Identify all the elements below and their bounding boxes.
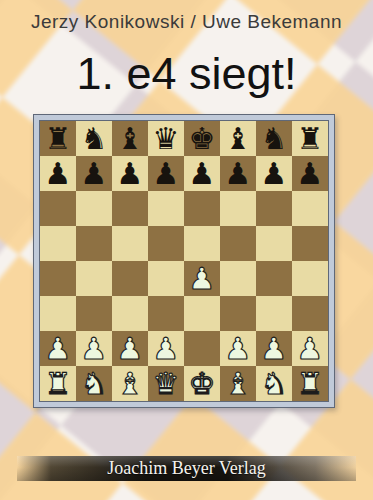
white-pawn-h2: ♟	[297, 334, 324, 364]
square-d4	[148, 261, 184, 296]
square-h8: ♜	[292, 121, 328, 156]
square-e2	[184, 331, 220, 366]
white-pawn-g2: ♟	[261, 334, 288, 364]
black-rook-h8: ♜	[297, 124, 324, 154]
white-pawn-b2: ♟	[81, 334, 108, 364]
square-b6	[76, 191, 112, 226]
square-e4: ♟	[184, 261, 220, 296]
square-f2: ♟	[220, 331, 256, 366]
black-pawn-e7: ♟	[189, 159, 216, 189]
square-g5	[256, 226, 292, 261]
square-e7: ♟	[184, 156, 220, 191]
black-bishop-c8: ♝	[117, 124, 144, 154]
black-pawn-h7: ♟	[297, 159, 324, 189]
black-king-e8: ♚	[189, 124, 216, 154]
square-c6	[112, 191, 148, 226]
square-f6	[220, 191, 256, 226]
square-e3	[184, 296, 220, 331]
square-e8: ♚	[184, 121, 220, 156]
square-h5	[292, 226, 328, 261]
square-g2: ♟	[256, 331, 292, 366]
chess-board-frame: ♜♞♝♛♚♝♞♜♟♟♟♟♟♟♟♟♟♟♟♟♟♟♟♟♜♞♝♛♚♝♞♜	[33, 114, 335, 408]
square-c2: ♟	[112, 331, 148, 366]
square-f4	[220, 261, 256, 296]
black-pawn-g7: ♟	[261, 159, 288, 189]
square-a8: ♜	[40, 121, 76, 156]
square-c4	[112, 261, 148, 296]
square-g6	[256, 191, 292, 226]
square-a1: ♜	[40, 366, 76, 401]
chess-board: ♜♞♝♛♚♝♞♜♟♟♟♟♟♟♟♟♟♟♟♟♟♟♟♟♜♞♝♛♚♝♞♜	[39, 120, 329, 402]
white-bishop-f1: ♝	[225, 369, 252, 399]
white-pawn-e4: ♟	[189, 264, 216, 294]
square-g8: ♞	[256, 121, 292, 156]
square-h6	[292, 191, 328, 226]
white-queen-d1: ♛	[153, 369, 180, 399]
white-bishop-c1: ♝	[117, 369, 144, 399]
square-h7: ♟	[292, 156, 328, 191]
book-cover: Jerzy Konikowski / Uwe Bekemann 1. e4 si…	[0, 0, 373, 500]
square-c8: ♝	[112, 121, 148, 156]
black-pawn-b7: ♟	[81, 159, 108, 189]
square-e1: ♚	[184, 366, 220, 401]
square-b1: ♞	[76, 366, 112, 401]
square-b4	[76, 261, 112, 296]
black-queen-d8: ♛	[153, 124, 180, 154]
white-pawn-a2: ♟	[45, 334, 72, 364]
authors-line: Jerzy Konikowski / Uwe Bekemann	[0, 11, 373, 33]
square-d6	[148, 191, 184, 226]
square-g3	[256, 296, 292, 331]
square-b5	[76, 226, 112, 261]
square-f7: ♟	[220, 156, 256, 191]
white-king-e1: ♚	[189, 369, 216, 399]
square-c3	[112, 296, 148, 331]
white-pawn-d2: ♟	[153, 334, 180, 364]
square-a5	[40, 226, 76, 261]
square-b8: ♞	[76, 121, 112, 156]
black-pawn-d7: ♟	[153, 159, 180, 189]
square-h3	[292, 296, 328, 331]
book-title: 1. e4 siegt!	[0, 48, 373, 100]
white-rook-a1: ♜	[45, 369, 72, 399]
white-pawn-c2: ♟	[117, 334, 144, 364]
white-knight-g1: ♞	[261, 369, 288, 399]
square-e6	[184, 191, 220, 226]
square-f1: ♝	[220, 366, 256, 401]
square-b7: ♟	[76, 156, 112, 191]
square-h2: ♟	[292, 331, 328, 366]
square-c1: ♝	[112, 366, 148, 401]
black-pawn-a7: ♟	[45, 159, 72, 189]
black-pawn-c7: ♟	[117, 159, 144, 189]
black-pawn-f7: ♟	[225, 159, 252, 189]
square-d8: ♛	[148, 121, 184, 156]
white-pawn-f2: ♟	[225, 334, 252, 364]
square-a7: ♟	[40, 156, 76, 191]
square-c5	[112, 226, 148, 261]
square-h4	[292, 261, 328, 296]
square-d7: ♟	[148, 156, 184, 191]
square-f3	[220, 296, 256, 331]
publisher-name: Joachim Beyer Verlag	[107, 458, 266, 478]
square-g7: ♟	[256, 156, 292, 191]
square-a3	[40, 296, 76, 331]
square-d2: ♟	[148, 331, 184, 366]
black-rook-a8: ♜	[45, 124, 72, 154]
publisher-bar: Joachim Beyer Verlag	[17, 456, 356, 481]
square-f5	[220, 226, 256, 261]
square-d5	[148, 226, 184, 261]
square-d1: ♛	[148, 366, 184, 401]
black-knight-g8: ♞	[261, 124, 288, 154]
white-rook-h1: ♜	[297, 369, 324, 399]
square-b2: ♟	[76, 331, 112, 366]
square-a2: ♟	[40, 331, 76, 366]
square-c7: ♟	[112, 156, 148, 191]
square-g4	[256, 261, 292, 296]
square-h1: ♜	[292, 366, 328, 401]
square-d3	[148, 296, 184, 331]
square-g1: ♞	[256, 366, 292, 401]
square-a6	[40, 191, 76, 226]
square-b3	[76, 296, 112, 331]
square-f8: ♝	[220, 121, 256, 156]
black-knight-b8: ♞	[81, 124, 108, 154]
white-knight-b1: ♞	[81, 369, 108, 399]
square-e5	[184, 226, 220, 261]
black-bishop-f8: ♝	[225, 124, 252, 154]
square-a4	[40, 261, 76, 296]
